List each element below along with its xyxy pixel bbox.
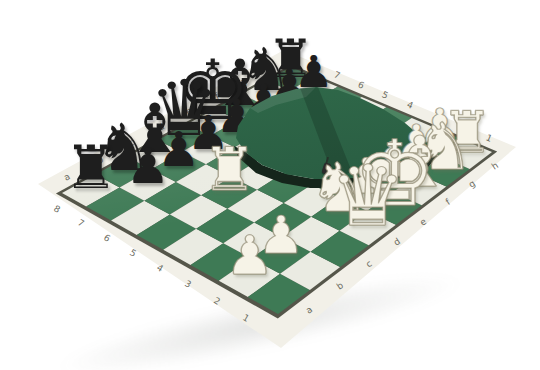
piece-white-rook[interactable]: ♜ [203,140,257,200]
chess-set-photo: aabbccddeeffgghh8877665544332211 ♜♞♝♛♚♝♞… [0,0,540,370]
coord-rank-left-8: 8 [52,204,62,216]
coord-rank-left-7: 7 [76,218,86,230]
piece-white-queen[interactable]: ♛ [330,154,405,238]
piece-black-rook[interactable]: ♜ [64,137,118,197]
coord-rank-left-5: 5 [128,247,138,259]
piece-white-pawn[interactable]: ♟ [225,230,273,284]
coord-rank-left-6: 6 [102,232,112,244]
piece-black-pawn[interactable]: ♟ [126,142,170,191]
coord-rank-left-4: 4 [155,263,165,275]
